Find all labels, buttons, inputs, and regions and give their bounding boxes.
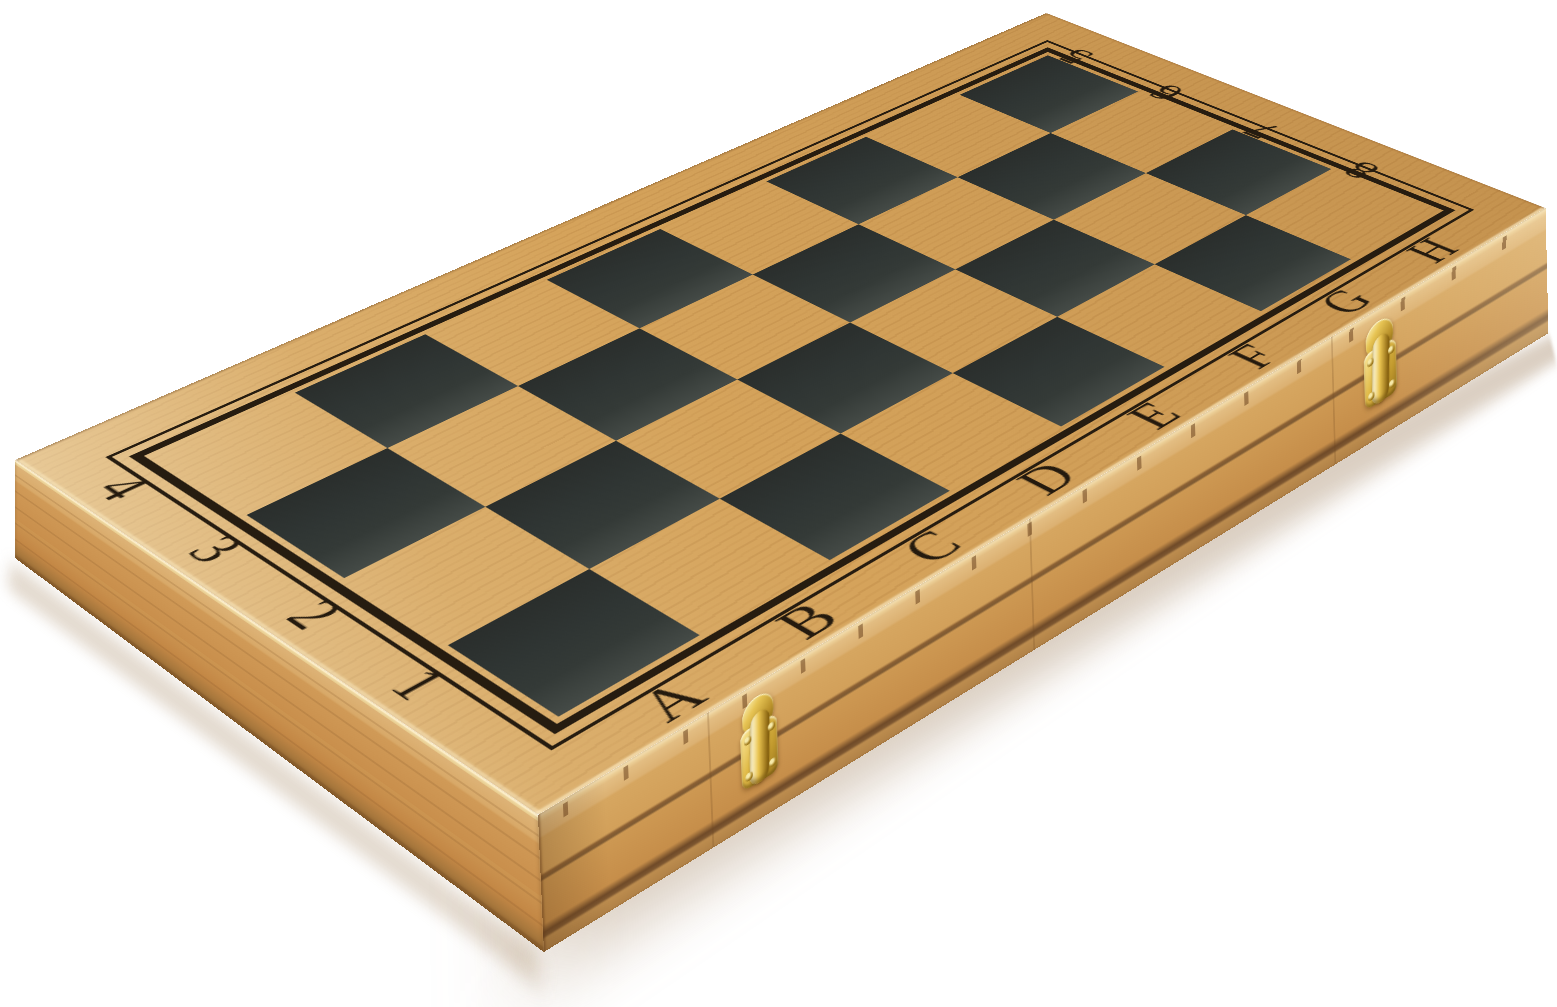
- photo-stage: ABCDEFGH 4321 5678: [0, 0, 1557, 1007]
